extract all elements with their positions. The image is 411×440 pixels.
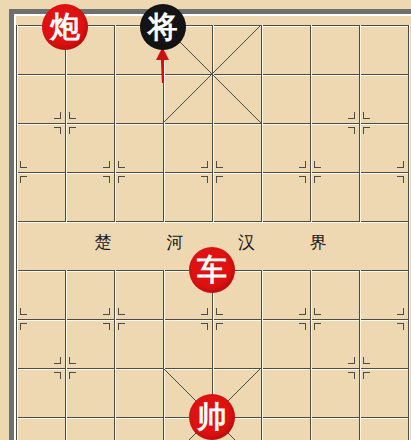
- position-marker: [69, 127, 76, 134]
- position-marker: [299, 176, 306, 183]
- position-marker: [201, 323, 208, 330]
- position-marker: [103, 323, 110, 330]
- position-marker: [69, 372, 76, 379]
- position-marker: [348, 372, 355, 379]
- grid-line: [310, 25, 311, 222]
- grid-line: [163, 270, 164, 440]
- position-marker: [348, 357, 355, 364]
- position-marker: [201, 308, 208, 315]
- grid-line: [310, 270, 311, 440]
- position-marker: [54, 372, 61, 379]
- piece-red-cannon[interactable]: 炮: [42, 4, 88, 50]
- position-marker: [103, 161, 110, 168]
- position-marker: [103, 176, 110, 183]
- position-marker: [397, 161, 404, 168]
- position-marker: [216, 323, 223, 330]
- position-marker: [348, 112, 355, 119]
- position-marker: [54, 112, 61, 119]
- position-marker: [314, 176, 321, 183]
- position-marker: [397, 323, 404, 330]
- piece-black-general[interactable]: 将: [140, 4, 186, 50]
- river-char: 界: [308, 233, 328, 253]
- position-marker: [201, 176, 208, 183]
- grid-line: [359, 270, 360, 440]
- position-marker: [118, 308, 125, 315]
- position-marker: [54, 127, 61, 134]
- position-marker: [118, 323, 125, 330]
- position-marker: [299, 308, 306, 315]
- grid-line: [261, 25, 262, 222]
- position-marker: [348, 127, 355, 134]
- position-marker: [314, 161, 321, 168]
- grid-line: [212, 25, 213, 222]
- grid-line: [163, 25, 164, 222]
- position-marker: [216, 176, 223, 183]
- position-marker: [363, 127, 370, 134]
- position-marker: [20, 161, 27, 168]
- position-marker: [20, 176, 27, 183]
- position-marker: [216, 161, 223, 168]
- position-marker: [118, 161, 125, 168]
- position-marker: [363, 112, 370, 119]
- position-marker: [363, 372, 370, 379]
- grid-line: [65, 25, 66, 222]
- position-marker: [201, 161, 208, 168]
- grid-line: [65, 270, 66, 440]
- position-marker: [299, 161, 306, 168]
- grid-line: [359, 25, 360, 222]
- grid-line: [16, 25, 17, 440]
- position-marker: [118, 176, 125, 183]
- position-marker: [54, 357, 61, 364]
- piece-red-general[interactable]: 帅: [189, 394, 235, 440]
- position-marker: [363, 357, 370, 364]
- position-marker: [20, 323, 27, 330]
- position-marker: [103, 308, 110, 315]
- river-char: 河: [165, 233, 185, 253]
- grid-line: [114, 25, 115, 222]
- position-marker: [397, 308, 404, 315]
- position-marker: [216, 308, 223, 315]
- position-marker: [314, 308, 321, 315]
- position-marker: [314, 323, 321, 330]
- xiangqi-board[interactable]: 楚河汉界 炮将车帅: [0, 0, 411, 440]
- position-marker: [20, 308, 27, 315]
- river-char: 楚: [93, 233, 113, 253]
- grid-line: [261, 270, 262, 440]
- position-marker: [69, 357, 76, 364]
- river-char: 汉: [236, 233, 256, 253]
- grid-line: [408, 25, 409, 440]
- grid-line: [114, 270, 115, 440]
- position-marker: [69, 112, 76, 119]
- position-marker: [397, 176, 404, 183]
- position-marker: [299, 323, 306, 330]
- piece-red-chariot[interactable]: 车: [189, 247, 235, 293]
